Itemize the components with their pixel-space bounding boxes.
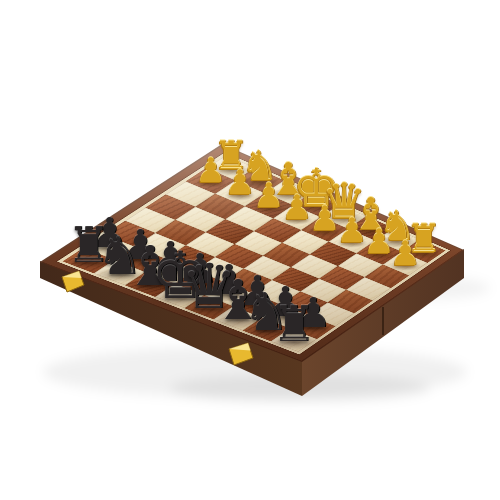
piece-white-gold-pawn-d2: ♟ [310,201,340,235]
piece-white-gold-pawn-e2: ♟ [282,190,312,224]
product-photo: ♜♞♝♚♛♝♞♜♟♟♟♟♟♟♟♟♟♟♟♟♟♟♟♟♜♞♝♚♛♝♞♜ [0,0,500,500]
piece-white-gold-pawn-h2: ♟ [196,153,226,187]
piece-white-gold-pawn-f2: ♟ [254,178,284,212]
piece-black-rook-a8: ♜ [272,300,316,349]
pieces-layer: ♜♞♝♚♛♝♞♜♟♟♟♟♟♟♟♟♟♟♟♟♟♟♟♟♜♞♝♚♛♝♞♜ [0,0,500,500]
piece-white-gold-pawn-a2: ♟ [390,236,420,270]
piece-white-gold-pawn-g2: ♟ [225,165,255,199]
